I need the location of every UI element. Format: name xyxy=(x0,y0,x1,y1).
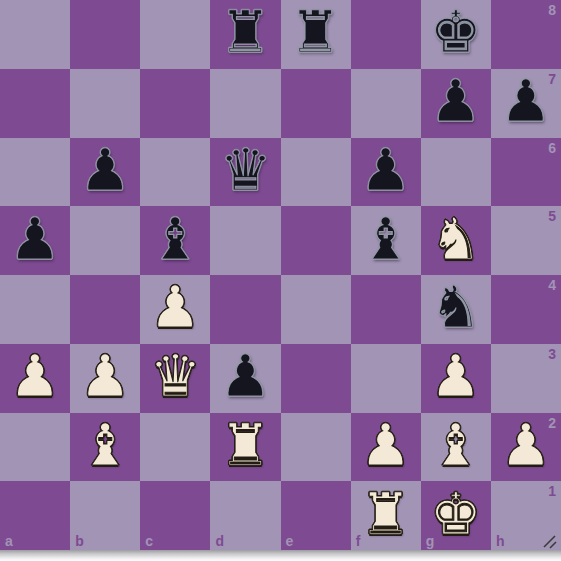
square-d5[interactable] xyxy=(210,206,280,275)
square-c2[interactable] xyxy=(140,413,210,482)
square-b3[interactable]: ♟ xyxy=(70,344,140,413)
square-e8[interactable]: ♜ xyxy=(281,0,351,69)
file-label-c: c xyxy=(145,534,153,548)
square-b7[interactable] xyxy=(70,69,140,138)
square-b4[interactable] xyxy=(70,275,140,344)
file-label-h: h xyxy=(496,534,505,548)
square-e6[interactable] xyxy=(281,138,351,207)
square-d3[interactable]: ♟ xyxy=(210,344,280,413)
square-a8[interactable] xyxy=(0,0,70,69)
square-d2[interactable]: ♜ xyxy=(210,413,280,482)
piece-white-pawn-a3[interactable]: ♟ xyxy=(9,347,61,405)
square-f3[interactable] xyxy=(351,344,421,413)
square-g1[interactable]: g♚ xyxy=(421,481,491,550)
square-b2[interactable]: ♝ xyxy=(70,413,140,482)
piece-black-king-g8[interactable]: ♚ xyxy=(430,3,482,61)
piece-white-pawn-g3[interactable]: ♟ xyxy=(430,347,482,405)
piece-black-bishop-f5[interactable]: ♝ xyxy=(360,210,412,268)
square-g5[interactable]: ♞ xyxy=(421,206,491,275)
square-f7[interactable] xyxy=(351,69,421,138)
square-h5[interactable]: 5 xyxy=(491,206,561,275)
square-g3[interactable]: ♟ xyxy=(421,344,491,413)
rank-label-8: 8 xyxy=(548,3,556,17)
square-h3[interactable]: 3 xyxy=(491,344,561,413)
piece-black-rook-d8[interactable]: ♜ xyxy=(219,3,271,61)
square-g2[interactable]: ♝ xyxy=(421,413,491,482)
square-d7[interactable] xyxy=(210,69,280,138)
file-label-b: b xyxy=(75,534,84,548)
piece-black-queen-d6[interactable]: ♛ xyxy=(219,141,271,199)
piece-black-bishop-c5[interactable]: ♝ xyxy=(149,210,201,268)
square-a7[interactable] xyxy=(0,69,70,138)
square-g6[interactable] xyxy=(421,138,491,207)
piece-white-rook-f1[interactable]: ♜ xyxy=(360,485,412,543)
rank-label-5: 5 xyxy=(548,209,556,223)
square-g4[interactable]: ♞ xyxy=(421,275,491,344)
piece-black-pawn-a5[interactable]: ♟ xyxy=(9,210,61,268)
piece-white-rook-d2[interactable]: ♜ xyxy=(219,416,271,474)
square-d6[interactable]: ♛ xyxy=(210,138,280,207)
piece-black-pawn-f6[interactable]: ♟ xyxy=(360,141,412,199)
rank-label-6: 6 xyxy=(548,141,556,155)
square-f2[interactable]: ♟ xyxy=(351,413,421,482)
square-e7[interactable] xyxy=(281,69,351,138)
square-a1[interactable]: a xyxy=(0,481,70,550)
square-f6[interactable]: ♟ xyxy=(351,138,421,207)
piece-white-bishop-g2[interactable]: ♝ xyxy=(430,416,482,474)
square-b1[interactable]: b xyxy=(70,481,140,550)
square-e2[interactable] xyxy=(281,413,351,482)
rank-label-4: 4 xyxy=(548,278,556,292)
square-c5[interactable]: ♝ xyxy=(140,206,210,275)
piece-black-knight-g4[interactable]: ♞ xyxy=(430,278,482,336)
square-h2[interactable]: 2♟ xyxy=(491,413,561,482)
piece-black-pawn-h7[interactable]: ♟ xyxy=(500,72,552,130)
square-f4[interactable] xyxy=(351,275,421,344)
square-g8[interactable]: ♚ xyxy=(421,0,491,69)
square-h6[interactable]: 6 xyxy=(491,138,561,207)
square-b5[interactable] xyxy=(70,206,140,275)
piece-white-bishop-b2[interactable]: ♝ xyxy=(79,416,131,474)
square-h8[interactable]: 8 xyxy=(491,0,561,69)
square-a2[interactable] xyxy=(0,413,70,482)
piece-white-knight-g5[interactable]: ♞ xyxy=(430,210,482,268)
square-d4[interactable] xyxy=(210,275,280,344)
piece-white-king-g1[interactable]: ♚ xyxy=(430,485,482,543)
piece-white-pawn-c4[interactable]: ♟ xyxy=(149,278,201,336)
piece-black-pawn-b6[interactable]: ♟ xyxy=(79,141,131,199)
square-c3[interactable]: ♛ xyxy=(140,344,210,413)
piece-white-pawn-f2[interactable]: ♟ xyxy=(360,416,412,474)
piece-white-queen-c3[interactable]: ♛ xyxy=(149,347,201,405)
square-e4[interactable] xyxy=(281,275,351,344)
chess-app-window: ♜♜♚8♟7♟♟♛♟6♟♝♝♞5♟♞4♟♟♛♟♟3♝♜♟♝2♟abcdef♜g♚… xyxy=(0,0,561,561)
piece-black-pawn-g7[interactable]: ♟ xyxy=(430,72,482,130)
square-b8[interactable] xyxy=(70,0,140,69)
file-label-d: d xyxy=(215,534,224,548)
square-e3[interactable] xyxy=(281,344,351,413)
piece-black-rook-e8[interactable]: ♜ xyxy=(290,3,342,61)
file-label-a: a xyxy=(5,534,13,548)
square-a5[interactable]: ♟ xyxy=(0,206,70,275)
square-c4[interactable]: ♟ xyxy=(140,275,210,344)
square-f1[interactable]: f♜ xyxy=(351,481,421,550)
square-c7[interactable] xyxy=(140,69,210,138)
square-f8[interactable] xyxy=(351,0,421,69)
file-label-e: e xyxy=(286,534,294,548)
chess-board: ♜♜♚8♟7♟♟♛♟6♟♝♝♞5♟♞4♟♟♛♟♟3♝♜♟♝2♟abcdef♜g♚… xyxy=(0,0,561,550)
square-e5[interactable] xyxy=(281,206,351,275)
resize-grip-icon[interactable] xyxy=(542,534,558,549)
square-c1[interactable]: c xyxy=(140,481,210,550)
square-d1[interactable]: d xyxy=(210,481,280,550)
square-b6[interactable]: ♟ xyxy=(70,138,140,207)
square-a3[interactable]: ♟ xyxy=(0,344,70,413)
square-c8[interactable] xyxy=(140,0,210,69)
piece-white-pawn-h2[interactable]: ♟ xyxy=(500,416,552,474)
square-h4[interactable]: 4 xyxy=(491,275,561,344)
square-g7[interactable]: ♟ xyxy=(421,69,491,138)
square-d8[interactable]: ♜ xyxy=(210,0,280,69)
rank-label-3: 3 xyxy=(548,347,556,361)
piece-white-pawn-b3[interactable]: ♟ xyxy=(79,347,131,405)
square-h7[interactable]: 7♟ xyxy=(491,69,561,138)
board-bottom-strip xyxy=(0,550,561,561)
square-e1[interactable]: e xyxy=(281,481,351,550)
square-c6[interactable] xyxy=(140,138,210,207)
piece-black-pawn-d3[interactable]: ♟ xyxy=(219,347,271,405)
square-f5[interactable]: ♝ xyxy=(351,206,421,275)
square-a6[interactable] xyxy=(0,138,70,207)
rank-label-1: 1 xyxy=(548,484,556,498)
square-a4[interactable] xyxy=(0,275,70,344)
